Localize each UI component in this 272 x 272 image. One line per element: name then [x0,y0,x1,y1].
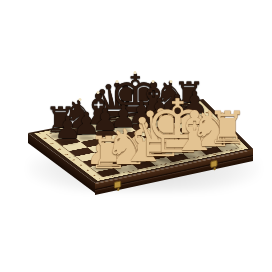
finial-tip [115,80,118,83]
file-label-g-far: g [164,108,168,110]
brass-clasp-right [210,160,217,169]
finial-tip [78,98,81,101]
finial-tip [170,80,173,83]
chess-set-photo: aa88bb77cc66dd55ee44ff33gg22hh11 ♜♞♝♛♚♝♞… [0,0,272,272]
finial-tip [134,71,137,74]
file-label-f-far: f [146,112,149,114]
finial-tip [152,80,155,83]
brass-clasp-left [114,180,121,189]
finial-tip [97,91,100,94]
